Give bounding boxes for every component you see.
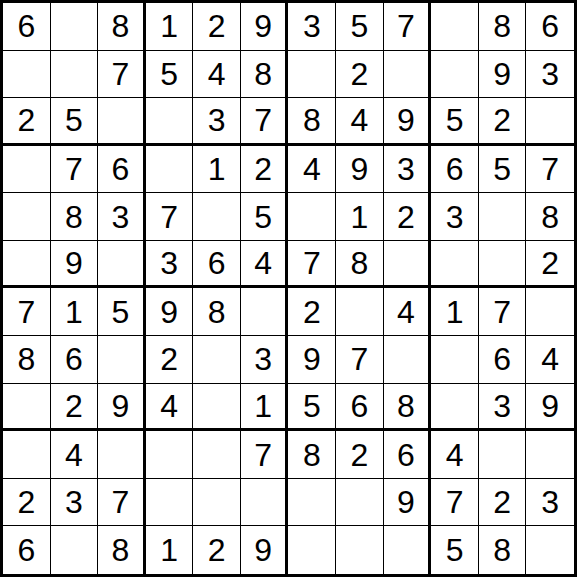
cell-r2c8[interactable]: 2: [336, 51, 384, 99]
cell-r7c1[interactable]: 7: [3, 288, 51, 336]
cell-r1c7[interactable]: 3: [288, 3, 336, 51]
cell-r2c11[interactable]: 9: [479, 51, 527, 99]
cell-r8c2[interactable]: 6: [51, 336, 99, 384]
cell-r12c3[interactable]: 8: [98, 526, 146, 574]
cell-r10c9[interactable]: 6: [384, 431, 432, 479]
cell-r7c9[interactable]: 4: [384, 288, 432, 336]
cell-r7c8[interactable]: [336, 288, 384, 336]
cell-r12c10[interactable]: 5: [431, 526, 479, 574]
cell-r7c3[interactable]: 5: [98, 288, 146, 336]
cell-r1c9[interactable]: 7: [384, 3, 432, 51]
cell-r1c6[interactable]: 9: [241, 3, 289, 51]
cell-r6c1[interactable]: [3, 241, 51, 289]
cell-r9c9[interactable]: 8: [384, 384, 432, 432]
cell-r10c10[interactable]: 4: [431, 431, 479, 479]
cell-r6c5[interactable]: 6: [193, 241, 241, 289]
cell-r1c12[interactable]: 6: [526, 3, 574, 51]
cell-r8c6[interactable]: 3: [241, 336, 289, 384]
cell-r5c9[interactable]: 2: [384, 193, 432, 241]
cell-r11c2[interactable]: 3: [51, 479, 99, 527]
cell-r2c5[interactable]: 4: [193, 51, 241, 99]
cell-r7c7[interactable]: 2: [288, 288, 336, 336]
cell-r8c3[interactable]: [98, 336, 146, 384]
cell-r9c3[interactable]: 9: [98, 384, 146, 432]
cell-r2c1[interactable]: [3, 51, 51, 99]
cell-r1c3[interactable]: 8: [98, 3, 146, 51]
cell-r4c2[interactable]: 7: [51, 146, 99, 194]
cell-r8c10[interactable]: [431, 336, 479, 384]
cell-r3c2[interactable]: 5: [51, 98, 99, 146]
cell-r9c10[interactable]: [431, 384, 479, 432]
cell-r3c6[interactable]: 7: [241, 98, 289, 146]
cell-r12c12[interactable]: [526, 526, 574, 574]
cell-r7c12[interactable]: [526, 288, 574, 336]
sudoku-board: 6812935786754829325378495276124936578375…: [0, 0, 577, 577]
cell-r10c12[interactable]: [526, 431, 574, 479]
cell-r5c12[interactable]: 8: [526, 193, 574, 241]
cell-r6c7[interactable]: 7: [288, 241, 336, 289]
cell-r5c5[interactable]: [193, 193, 241, 241]
cell-r11c6[interactable]: [241, 479, 289, 527]
cell-r7c2[interactable]: 1: [51, 288, 99, 336]
cell-r4c8[interactable]: 9: [336, 146, 384, 194]
cell-r2c7[interactable]: [288, 51, 336, 99]
cell-r3c3[interactable]: [98, 98, 146, 146]
cell-r8c12[interactable]: 4: [526, 336, 574, 384]
cell-r12c6[interactable]: 9: [241, 526, 289, 574]
cell-r5c3[interactable]: 3: [98, 193, 146, 241]
cell-r6c3[interactable]: [98, 241, 146, 289]
cell-r1c5[interactable]: 2: [193, 3, 241, 51]
cell-r4c7[interactable]: 4: [288, 146, 336, 194]
cell-r3c10[interactable]: 5: [431, 98, 479, 146]
cell-r10c5[interactable]: [193, 431, 241, 479]
cell-r7c10[interactable]: 1: [431, 288, 479, 336]
cell-r12c4[interactable]: 1: [146, 526, 194, 574]
cell-r12c7[interactable]: [288, 526, 336, 574]
cell-r11c10[interactable]: 7: [431, 479, 479, 527]
cell-r10c8[interactable]: 2: [336, 431, 384, 479]
cell-r11c5[interactable]: [193, 479, 241, 527]
cell-r4c9[interactable]: 3: [384, 146, 432, 194]
cell-r3c8[interactable]: 4: [336, 98, 384, 146]
cell-r9c7[interactable]: 5: [288, 384, 336, 432]
cell-r4c1[interactable]: [3, 146, 51, 194]
cell-r11c8[interactable]: [336, 479, 384, 527]
cell-r5c1[interactable]: [3, 193, 51, 241]
cell-r1c10[interactable]: [431, 3, 479, 51]
cell-r10c6[interactable]: 7: [241, 431, 289, 479]
cell-r5c7[interactable]: [288, 193, 336, 241]
cell-r12c11[interactable]: 8: [479, 526, 527, 574]
cell-r5c4[interactable]: 7: [146, 193, 194, 241]
cell-r2c4[interactable]: 5: [146, 51, 194, 99]
cell-r1c2[interactable]: [51, 3, 99, 51]
cell-r6c11[interactable]: [479, 241, 527, 289]
cell-r4c5[interactable]: 1: [193, 146, 241, 194]
cell-r1c1[interactable]: 6: [3, 3, 51, 51]
cell-r6c10[interactable]: [431, 241, 479, 289]
cell-r3c4[interactable]: [146, 98, 194, 146]
cell-r2c10[interactable]: [431, 51, 479, 99]
cell-r11c9[interactable]: 9: [384, 479, 432, 527]
cell-r9c8[interactable]: 6: [336, 384, 384, 432]
cell-r10c11[interactable]: [479, 431, 527, 479]
cell-r8c5[interactable]: [193, 336, 241, 384]
cell-r3c9[interactable]: 9: [384, 98, 432, 146]
cell-r1c8[interactable]: 5: [336, 3, 384, 51]
cell-r12c8[interactable]: [336, 526, 384, 574]
cell-r3c7[interactable]: 8: [288, 98, 336, 146]
cell-r9c5[interactable]: [193, 384, 241, 432]
cell-r5c2[interactable]: 8: [51, 193, 99, 241]
cell-r4c10[interactable]: 6: [431, 146, 479, 194]
cell-r8c8[interactable]: 7: [336, 336, 384, 384]
cell-r5c8[interactable]: 1: [336, 193, 384, 241]
cell-r6c2[interactable]: 9: [51, 241, 99, 289]
cell-r1c11[interactable]: 8: [479, 3, 527, 51]
cell-r11c1[interactable]: 2: [3, 479, 51, 527]
cell-r2c9[interactable]: [384, 51, 432, 99]
cell-r7c11[interactable]: 7: [479, 288, 527, 336]
cell-r2c12[interactable]: 3: [526, 51, 574, 99]
cell-r4c6[interactable]: 2: [241, 146, 289, 194]
cell-r9c11[interactable]: 3: [479, 384, 527, 432]
cell-r2c3[interactable]: 7: [98, 51, 146, 99]
cell-r5c10[interactable]: 3: [431, 193, 479, 241]
cell-r12c1[interactable]: 6: [3, 526, 51, 574]
cell-r9c2[interactable]: 2: [51, 384, 99, 432]
cell-r9c6[interactable]: 1: [241, 384, 289, 432]
cell-r8c11[interactable]: 6: [479, 336, 527, 384]
cell-r9c12[interactable]: 9: [526, 384, 574, 432]
cell-r4c3[interactable]: 6: [98, 146, 146, 194]
cell-r8c4[interactable]: 2: [146, 336, 194, 384]
cell-r9c4[interactable]: 4: [146, 384, 194, 432]
cell-r5c11[interactable]: [479, 193, 527, 241]
cell-r10c3[interactable]: [98, 431, 146, 479]
cell-r3c1[interactable]: 2: [3, 98, 51, 146]
cell-r11c3[interactable]: 7: [98, 479, 146, 527]
cell-r8c7[interactable]: 9: [288, 336, 336, 384]
cell-r6c9[interactable]: [384, 241, 432, 289]
cell-r11c7[interactable]: [288, 479, 336, 527]
cell-r11c12[interactable]: 3: [526, 479, 574, 527]
cell-r10c2[interactable]: 4: [51, 431, 99, 479]
cell-r10c1[interactable]: [3, 431, 51, 479]
cell-r4c12[interactable]: 7: [526, 146, 574, 194]
cell-r3c12[interactable]: [526, 98, 574, 146]
cell-r7c6[interactable]: [241, 288, 289, 336]
cell-r12c2[interactable]: [51, 526, 99, 574]
cell-r6c12[interactable]: 2: [526, 241, 574, 289]
cell-r2c2[interactable]: [51, 51, 99, 99]
cell-r10c4[interactable]: [146, 431, 194, 479]
cell-r7c5[interactable]: 8: [193, 288, 241, 336]
cell-r12c5[interactable]: 2: [193, 526, 241, 574]
cell-r11c4[interactable]: [146, 479, 194, 527]
cell-r8c9[interactable]: [384, 336, 432, 384]
cell-r12c9[interactable]: [384, 526, 432, 574]
cell-r4c4[interactable]: [146, 146, 194, 194]
cell-r6c4[interactable]: 3: [146, 241, 194, 289]
cell-r9c1[interactable]: [3, 384, 51, 432]
cell-r8c1[interactable]: 8: [3, 336, 51, 384]
cell-r11c11[interactable]: 2: [479, 479, 527, 527]
cell-r6c6[interactable]: 4: [241, 241, 289, 289]
cell-r3c5[interactable]: 3: [193, 98, 241, 146]
cell-r6c8[interactable]: 8: [336, 241, 384, 289]
cell-r4c11[interactable]: 5: [479, 146, 527, 194]
cell-r1c4[interactable]: 1: [146, 3, 194, 51]
cell-r2c6[interactable]: 8: [241, 51, 289, 99]
cell-r7c4[interactable]: 9: [146, 288, 194, 336]
cell-r10c7[interactable]: 8: [288, 431, 336, 479]
cell-r5c6[interactable]: 5: [241, 193, 289, 241]
cell-r3c11[interactable]: 2: [479, 98, 527, 146]
